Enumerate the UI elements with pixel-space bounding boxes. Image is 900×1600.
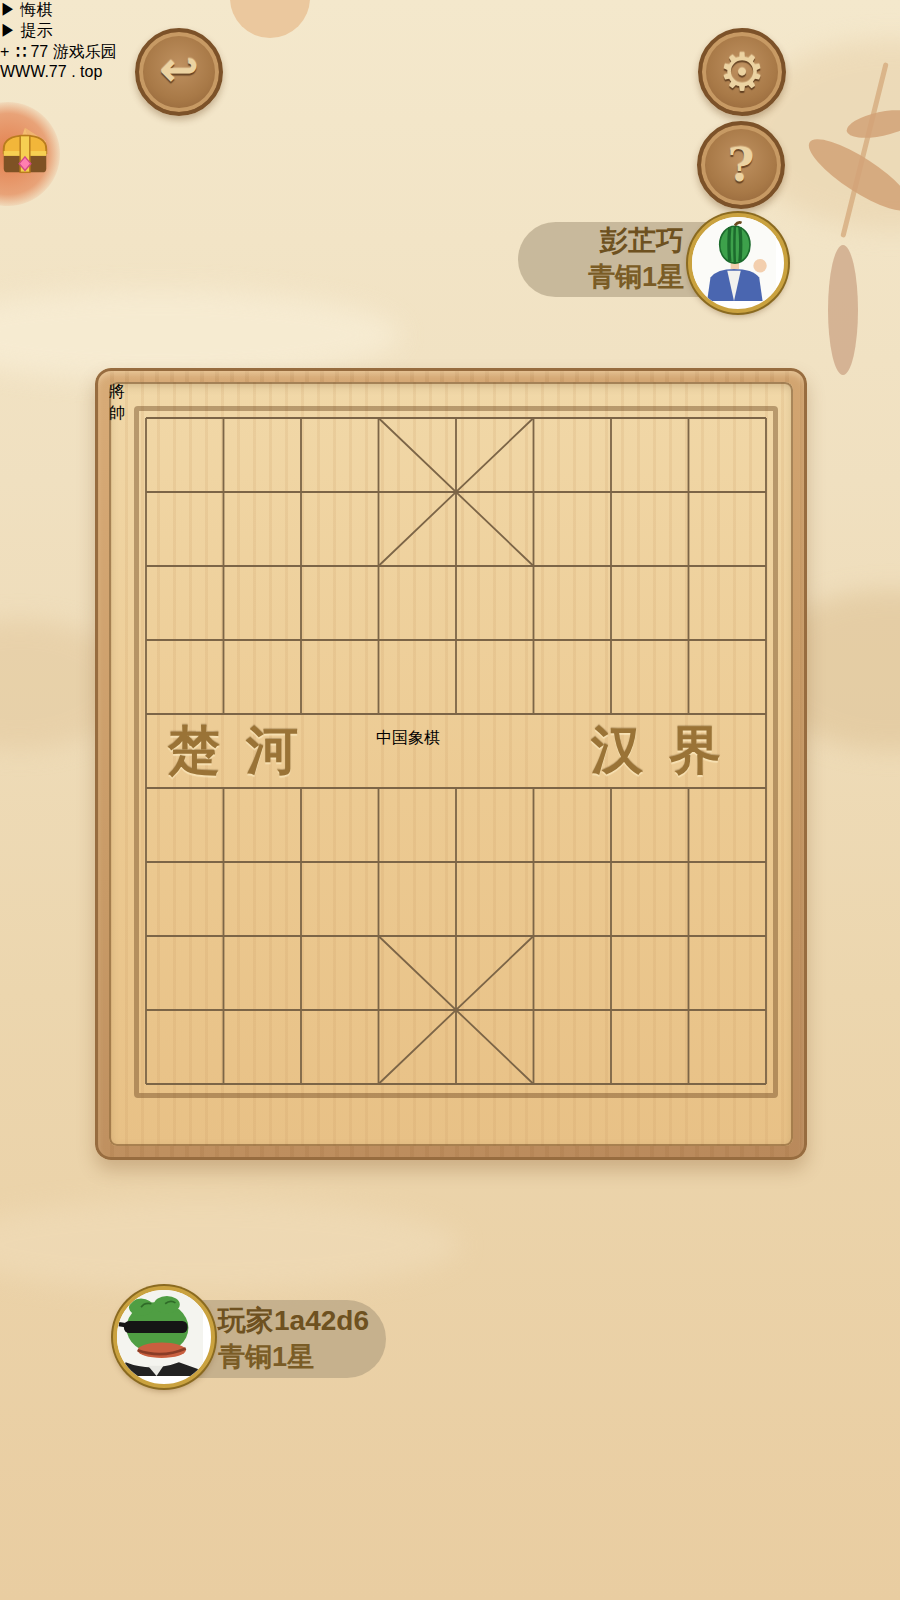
bamboo-leaf [828,245,858,375]
watermark-77: + ∷ 77 [0,43,53,60]
opponent-rank: 青铜1星 [588,260,684,295]
player-name: 玩家1a42d6 [218,1303,369,1340]
settings-button[interactable]: ⚙ [698,28,786,116]
board-plaque: 中国象棋 [376,728,528,775]
undo-move-button[interactable]: ▶ 悔棋 [0,0,900,21]
xiangqi-board: 楚河 汉界 中国象棋 將帥 [95,368,807,1160]
red-general-character: 帥 [109,404,125,421]
piece-black-general-r0c4[interactable]: 將 [109,382,793,403]
play-circle-icon: ▶ [0,22,16,39]
gamepad-dpad-icon: + [0,43,9,60]
river-label-left: 楚河 [168,716,324,786]
opponent-name: 彭芷巧 [600,223,684,260]
cloud-shape [0,1200,460,1290]
site-watermark: + ∷ 77 游戏乐园 WWW.77 . top [0,42,117,81]
player-avatar[interactable] [113,1286,215,1388]
gamepad-buttons-icon: ∷ [14,43,26,60]
treasure-chest-button[interactable] [0,102,60,206]
watermelon-avatar-image [692,217,776,301]
player-rank: 青铜1星 [218,1340,314,1375]
watermark-tld-tag: top [80,63,102,80]
treasure-chest-icon [0,124,54,182]
gear-icon: ⚙ [719,42,766,102]
play-circle-icon: ▶ [0,1,16,18]
xiangqi-game-screen: ↩ ⚙ ? 彭芷巧 青铜1星 [0,0,900,1600]
undo-button-label: 悔棋 [20,1,52,18]
help-button[interactable]: ? [697,121,785,209]
watermark-line2: WWW.77 . top [0,63,117,81]
watermark-site-name: 游戏乐园 [53,43,117,60]
hint-button-label: 提示 [20,22,52,39]
river-label-right: 汉界 [591,716,747,786]
back-button[interactable]: ↩ [135,28,223,116]
watermark-dot: . [71,63,75,80]
question-mark-icon: ? [728,138,755,192]
back-arrow-icon: ↩ [160,42,199,96]
watermark-url: WWW.77 [0,63,67,80]
pepe-avatar-image [117,1290,203,1376]
cloud-shape [0,290,400,380]
black-general-character: 將 [109,383,125,400]
board-surface[interactable]: 楚河 汉界 中国象棋 將帥 [109,382,793,1146]
watermark-line1: + ∷ 77 游戏乐园 [0,42,117,63]
opponent-avatar[interactable] [688,213,788,313]
